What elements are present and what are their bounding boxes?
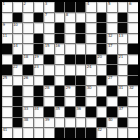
white-cell-r11c10[interactable] [97, 107, 107, 117]
clue-number: 1 [3, 2, 5, 6]
black-cell-r9c6 [55, 86, 65, 96]
white-cell-r1c12[interactable] [118, 2, 128, 12]
white-cell-r6c6[interactable] [55, 55, 65, 65]
white-cell-r8c4[interactable] [34, 76, 44, 86]
white-cell-r12c6[interactable] [55, 118, 65, 128]
clue-number: 35 [55, 107, 60, 111]
white-cell-r1c3[interactable]: 2 [23, 2, 33, 12]
white-cell-r9c10[interactable] [97, 86, 107, 96]
white-cell-r2c13[interactable] [128, 13, 138, 23]
white-cell-r1c4[interactable] [34, 2, 44, 12]
white-cell-r12c1[interactable] [2, 118, 12, 128]
black-cell-r9c4 [34, 86, 44, 96]
white-cell-r5c5[interactable]: 15 [44, 44, 54, 54]
clue-number: 11 [3, 34, 8, 38]
white-cell-r2c8[interactable] [76, 13, 86, 23]
white-cell-r3c5[interactable] [44, 23, 54, 33]
white-cell-r8c1[interactable]: 25 [2, 76, 12, 86]
clue-number: 37 [118, 107, 123, 111]
black-cell-r13c8 [76, 128, 86, 138]
clue-number: 14 [13, 44, 18, 48]
clue-number: 16 [55, 44, 60, 48]
black-cell-r6c5 [44, 55, 54, 65]
white-cell-r1c11[interactable]: 5 [107, 2, 117, 12]
black-cell-r8c5 [44, 76, 54, 86]
crossword-board: 1234567891011121314151617181920212223242… [0, 0, 140, 140]
black-cell-r12c12 [118, 118, 128, 128]
clue-number: 40 [108, 118, 113, 122]
white-cell-r1c5[interactable]: 3 [44, 2, 54, 12]
white-cell-r3c11[interactable] [107, 23, 117, 33]
clue-number: 5 [108, 2, 110, 6]
black-cell-r5c13 [128, 44, 138, 54]
black-cell-r12c2 [13, 118, 23, 128]
white-cell-r13c2[interactable] [13, 128, 23, 138]
black-cell-r3c6 [55, 23, 65, 33]
white-cell-r7c6[interactable] [55, 65, 65, 75]
white-cell-r11c4[interactable]: 34 [34, 107, 44, 117]
clue-number: 25 [3, 76, 8, 80]
clue-number: 18 [24, 55, 29, 59]
black-cell-r3c10 [97, 23, 107, 33]
black-cell-r10c10 [97, 97, 107, 107]
clue-number: 23 [34, 65, 39, 69]
white-cell-r5c6[interactable]: 16 [55, 44, 65, 54]
white-cell-r1c13[interactable]: 6 [128, 2, 138, 12]
white-cell-r5c12[interactable] [118, 44, 128, 54]
white-cell-r10c7[interactable] [65, 97, 75, 107]
clue-number: 12 [108, 34, 113, 38]
black-cell-r5c10 [97, 44, 107, 54]
clue-number: 10 [13, 23, 18, 27]
white-cell-r9c9[interactable]: 30 [86, 86, 96, 96]
white-cell-r13c5[interactable] [44, 128, 54, 138]
black-cell-r8c8 [76, 76, 86, 86]
black-cell-r6c8 [76, 55, 86, 65]
white-cell-r5c7[interactable] [65, 44, 75, 54]
white-cell-r7c8[interactable] [76, 65, 86, 75]
clue-number: 27 [108, 76, 113, 80]
clue-number: 28 [45, 86, 50, 90]
white-cell-r8c12[interactable] [118, 76, 128, 86]
white-cell-r13c1[interactable]: 41 [2, 128, 12, 138]
white-cell-r3c9[interactable] [86, 23, 96, 33]
white-cell-r8c3[interactable]: 26 [23, 76, 33, 86]
black-cell-r13c7 [65, 128, 75, 138]
black-cell-r3c12 [118, 23, 128, 33]
white-cell-r10c9[interactable] [86, 97, 96, 107]
white-cell-r9c3[interactable] [23, 86, 33, 96]
white-cell-r11c12[interactable]: 37 [118, 107, 128, 117]
white-cell-r13c13[interactable] [128, 128, 138, 138]
white-cell-r8c2[interactable] [13, 76, 23, 86]
white-cell-r13c3[interactable] [23, 128, 33, 138]
black-cell-r4c10 [97, 34, 107, 44]
white-cell-r6c13[interactable] [128, 55, 138, 65]
white-cell-r12c11[interactable]: 40 [107, 118, 117, 128]
black-cell-r10c6 [55, 97, 65, 107]
white-cell-r3c2[interactable]: 10 [13, 23, 23, 33]
white-cell-r7c7[interactable] [65, 65, 75, 75]
white-cell-r5c8[interactable] [76, 44, 86, 54]
white-cell-r3c7[interactable] [65, 23, 75, 33]
white-cell-r5c2[interactable]: 14 [13, 44, 23, 54]
clue-number: 39 [45, 118, 50, 122]
black-cell-r7c1 [2, 65, 12, 75]
clue-number: 9 [3, 23, 5, 27]
black-cell-r9c8 [76, 86, 86, 96]
black-cell-r1c6 [55, 2, 65, 12]
clue-number: 26 [24, 76, 29, 80]
white-cell-r5c3[interactable] [23, 44, 33, 54]
clue-number: 34 [34, 107, 39, 111]
white-cell-r9c12[interactable]: 31 [118, 86, 128, 96]
white-cell-r8c6[interactable] [55, 76, 65, 86]
white-cell-r6c4[interactable]: 19 [34, 55, 44, 65]
white-cell-r8c11[interactable]: 27 [107, 76, 117, 86]
white-cell-r4c9[interactable] [86, 34, 96, 44]
white-cell-r7c9[interactable]: 24 [86, 65, 96, 75]
white-cell-r4c2[interactable] [13, 34, 23, 44]
clue-number: 38 [24, 118, 29, 122]
clue-number: 15 [45, 44, 50, 48]
black-cell-r1c7 [65, 2, 75, 12]
white-cell-r12c5[interactable]: 39 [44, 118, 54, 128]
white-cell-r4c7[interactable] [65, 34, 75, 44]
black-cell-r8c13 [128, 76, 138, 86]
white-cell-r9c1[interactable] [2, 86, 12, 96]
white-cell-r2c9[interactable] [86, 13, 96, 23]
white-cell-r4c13[interactable] [128, 34, 138, 44]
black-cell-r6c11 [107, 55, 117, 65]
black-cell-r6c9 [86, 55, 96, 65]
white-cell-r12c3[interactable]: 38 [23, 118, 33, 128]
black-cell-r10c4 [34, 97, 44, 107]
clue-number: 33 [24, 107, 29, 111]
black-cell-r11c2 [13, 107, 23, 117]
clue-number: 17 [108, 44, 113, 48]
white-cell-r11c3[interactable]: 33 [23, 107, 33, 117]
black-cell-r2c10 [97, 13, 107, 23]
clue-number: 29 [66, 86, 71, 90]
white-cell-r4c3[interactable] [23, 34, 33, 44]
black-cell-r3c8 [76, 23, 86, 33]
white-cell-r5c9[interactable] [86, 44, 96, 54]
white-cell-r7c12[interactable] [118, 65, 128, 75]
white-cell-r2c11[interactable] [107, 13, 117, 23]
clue-number: 21 [118, 55, 123, 59]
black-cell-r8c10 [97, 76, 107, 86]
black-cell-r10c2 [13, 97, 23, 107]
white-cell-r12c9[interactable] [86, 118, 96, 128]
white-cell-r11c13[interactable] [128, 107, 138, 117]
white-cell-r3c1[interactable]: 9 [2, 23, 12, 33]
black-cell-r5c4 [34, 44, 44, 54]
black-cell-r2c12 [118, 13, 128, 23]
black-cell-r11c5 [44, 107, 54, 117]
black-cell-r4c8 [76, 34, 86, 44]
black-cell-r6c7 [65, 55, 75, 65]
white-cell-r2c6[interactable] [55, 13, 65, 23]
white-cell-r1c2[interactable] [13, 2, 23, 12]
black-cell-r5c1 [2, 44, 12, 54]
clue-number: 3 [45, 2, 47, 6]
white-cell-r7c4[interactable]: 23 [34, 65, 44, 75]
white-cell-r4c12[interactable]: 13 [118, 34, 128, 44]
black-cell-r6c2 [13, 55, 23, 65]
white-cell-r2c1[interactable] [2, 13, 12, 23]
white-cell-r10c1[interactable] [2, 97, 12, 107]
clue-number: 4 [87, 2, 89, 6]
white-cell-r6c12[interactable]: 21 [118, 55, 128, 65]
white-cell-r13c10[interactable]: 42 [97, 128, 107, 138]
white-cell-r11c8[interactable]: 36 [76, 107, 86, 117]
white-cell-r1c9[interactable]: 4 [86, 2, 96, 12]
black-cell-r1c8 [76, 2, 86, 12]
white-cell-r12c8[interactable] [76, 118, 86, 128]
white-cell-r7c2[interactable]: 22 [13, 65, 23, 75]
black-cell-r11c11 [107, 107, 117, 117]
black-cell-r2c4 [34, 13, 44, 23]
white-cell-r3c4[interactable] [34, 23, 44, 33]
clue-number: 42 [97, 128, 102, 132]
black-cell-r7c11 [107, 65, 117, 75]
white-cell-r9c7[interactable]: 29 [65, 86, 75, 96]
clue-number: 41 [3, 128, 8, 132]
white-cell-r12c7[interactable] [65, 118, 75, 128]
clue-number: 19 [34, 55, 39, 59]
black-cell-r9c11 [107, 86, 117, 96]
white-cell-r2c3[interactable] [23, 13, 33, 23]
white-cell-r5c11[interactable]: 17 [107, 44, 117, 54]
black-cell-r13c6 [55, 128, 65, 138]
black-cell-r8c7 [65, 76, 75, 86]
black-cell-r10c8 [76, 97, 86, 107]
white-cell-r2c7[interactable]: 8 [65, 13, 75, 23]
clue-number: 20 [97, 55, 102, 59]
white-cell-r11c6[interactable]: 35 [55, 107, 65, 117]
white-cell-r2c5[interactable]: 7 [44, 13, 54, 23]
clue-number: 6 [129, 2, 131, 6]
black-cell-r7c3 [23, 65, 33, 75]
clue-number: 22 [13, 65, 18, 69]
white-cell-r3c13[interactable] [128, 23, 138, 33]
clue-number: 31 [118, 86, 123, 90]
white-cell-r6c10[interactable]: 20 [97, 55, 107, 65]
white-cell-r10c3[interactable] [23, 97, 33, 107]
white-cell-r13c12[interactable] [118, 128, 128, 138]
black-cell-r7c13 [128, 65, 138, 75]
clue-number: 7 [45, 13, 47, 17]
white-cell-r9c5[interactable]: 28 [44, 86, 54, 96]
white-cell-r12c13[interactable] [128, 118, 138, 128]
white-cell-r10c5[interactable] [44, 97, 54, 107]
black-cell-r4c6 [55, 34, 65, 44]
black-cell-r13c9 [86, 128, 96, 138]
black-cell-r2c2 [13, 13, 23, 23]
clue-number: 13 [118, 34, 123, 38]
white-cell-r4c5[interactable] [44, 34, 54, 44]
black-cell-r9c2 [13, 86, 23, 96]
white-cell-r13c11[interactable] [107, 128, 117, 138]
clue-number: 36 [76, 107, 81, 111]
white-cell-r3c3[interactable] [23, 23, 33, 33]
white-cell-r11c1[interactable] [2, 107, 12, 117]
white-cell-r13c4[interactable] [34, 128, 44, 138]
black-cell-r10c12 [118, 97, 128, 107]
white-cell-r12c4[interactable] [34, 118, 44, 128]
white-cell-r4c1[interactable]: 11 [2, 34, 12, 44]
white-cell-r7c5[interactable] [44, 65, 54, 75]
white-cell-r10c13[interactable] [128, 97, 138, 107]
black-cell-r11c9 [86, 107, 96, 117]
white-cell-r8c9[interactable] [86, 76, 96, 86]
black-cell-r11c7 [65, 107, 75, 117]
white-cell-r1c10[interactable] [97, 2, 107, 12]
clue-number: 30 [87, 86, 92, 90]
white-cell-r7c10[interactable] [97, 65, 107, 75]
white-cell-r1c1[interactable]: 1 [2, 2, 12, 12]
clue-number: 8 [66, 13, 68, 17]
clue-number: 2 [24, 2, 26, 6]
white-cell-r6c3[interactable]: 18 [23, 55, 33, 65]
white-cell-r9c13[interactable]: 32 [128, 86, 138, 96]
white-cell-r4c11[interactable]: 12 [107, 34, 117, 44]
clue-number: 32 [129, 86, 134, 90]
clue-number: 24 [87, 65, 92, 69]
white-cell-r6c1[interactable] [2, 55, 12, 65]
black-cell-r4c4 [34, 34, 44, 44]
black-cell-r12c10 [97, 118, 107, 128]
white-cell-r10c11[interactable] [107, 97, 117, 107]
